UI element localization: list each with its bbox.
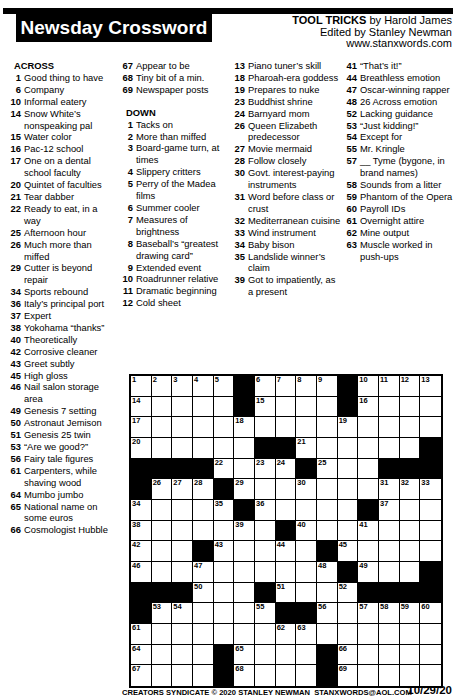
cell-r12c10[interactable]: 56 [317,603,338,624]
cell-r9c8[interactable]: 44 [276,541,297,562]
cell-r15c3[interactable] [172,665,193,686]
clue-number: 54 [342,131,357,143]
cell-number-50: 50 [194,583,202,591]
cell-r14c6[interactable]: 65 [234,645,255,666]
clue-down-5: 5Perry of the Madea films [118,178,229,202]
cell-r4c12[interactable] [358,438,379,459]
cell-r14c1[interactable]: 64 [131,645,152,666]
cell-r15c1[interactable]: 67 [131,665,152,686]
cell-r5c5[interactable]: 22 [214,459,235,480]
cell-number-15: 15 [256,397,264,405]
cell-r13c13[interactable] [379,624,400,645]
cell-r7c14[interactable] [400,500,421,521]
clue-number: 21 [6,191,21,203]
cell-r15c4[interactable] [193,665,214,686]
clue-text: Pac-12 school [24,143,116,155]
cell-r12c14[interactable]: 59 [400,603,421,624]
clue-text: Roadrunner relative [136,273,229,285]
clue-number: 11 [118,285,133,297]
clue-text: Payroll IDs [360,203,454,215]
cell-r11c9[interactable] [296,583,317,604]
clue-number: 35 [230,251,245,275]
cell-r8c14[interactable] [400,521,421,542]
cell-r3c12[interactable] [358,417,379,438]
cell-number-26: 26 [153,479,161,487]
clue-number: 68 [118,72,133,84]
cell-r12c2[interactable]: 53 [152,603,173,624]
clue-number: 10 [6,96,21,108]
cell-r6c14[interactable]: 32 [400,479,421,500]
cell-r1c3[interactable]: 3 [172,376,193,397]
cell-number-67: 67 [132,665,140,673]
cell-r1c4[interactable]: 4 [193,376,214,397]
cell-r9c2[interactable] [152,541,173,562]
cell-r1c8[interactable]: 7 [276,376,297,397]
cell-number-48: 48 [318,562,326,570]
cell-r14c12[interactable] [358,645,379,666]
cell-r6c10[interactable] [317,479,338,500]
clue-text: Perry of the Madea films [136,178,229,202]
cell-r7c8[interactable] [276,500,297,521]
cell-r14c14[interactable] [400,645,421,666]
cell-r13c3[interactable] [172,624,193,645]
cell-r2c3[interactable] [172,397,193,418]
black-cell-r8c8 [276,521,297,542]
clue-column-4: 41“That’s it!”44Breathless emotion47Osca… [342,60,454,262]
cell-r4c11[interactable] [338,438,359,459]
cell-r7c7[interactable]: 36 [255,500,276,521]
cell-r15c14[interactable] [400,665,421,686]
cell-r8c13[interactable] [379,521,400,542]
cell-r2c7[interactable]: 15 [255,397,276,418]
cell-r2c9[interactable] [296,397,317,418]
clue-number: 36 [6,298,21,310]
cell-r3c14[interactable] [400,417,421,438]
cell-r15c15[interactable] [420,665,441,686]
cell-number-49: 49 [359,562,367,570]
cell-number-51: 51 [277,583,285,591]
clue-down-59: 59Phantom of the Opera [342,191,454,203]
cell-r10c10[interactable]: 48 [317,562,338,583]
cell-r12c6[interactable] [234,603,255,624]
black-cell-r4c15 [420,438,441,459]
cell-r4c3[interactable] [172,438,193,459]
black-cell-r14c5 [214,645,235,666]
cell-r3c2[interactable] [152,417,173,438]
clue-down-8: 8Baseball’s “greatest drawing card” [118,238,229,262]
cell-r15c6[interactable]: 68 [234,665,255,686]
cell-r14c2[interactable] [152,645,173,666]
black-cell-r9c4 [193,541,214,562]
clue-down-26: 26Queen Elizabeth predecessor [230,120,341,144]
cell-r6c6[interactable]: 29 [234,479,255,500]
cell-r2c14[interactable] [400,397,421,418]
cell-r8c7[interactable] [255,521,276,542]
cell-r10c1[interactable]: 46 [131,562,152,583]
clue-text: Pharoah-era goddess [248,72,341,84]
cell-r7c15[interactable] [420,500,441,521]
cell-r2c13[interactable] [379,397,400,418]
clue-text: Informal eatery [24,96,116,108]
cell-number-33: 33 [421,479,429,487]
cell-r4c4[interactable] [193,438,214,459]
clue-text: Tacks on [136,119,229,131]
cell-r10c8[interactable] [276,562,297,583]
cell-r12c7[interactable]: 55 [255,603,276,624]
cell-r5c6[interactable] [234,459,255,480]
black-cell-r10c15 [420,562,441,583]
cell-number-65: 65 [235,645,243,653]
cell-r8c15[interactable] [420,521,441,542]
cell-r2c15[interactable] [420,397,441,418]
cell-r12c5[interactable] [214,603,235,624]
cell-r11c5[interactable] [214,583,235,604]
cell-r9c6[interactable] [234,541,255,562]
clue-text: Genesis 25 twin [24,429,116,441]
cell-r4c14[interactable] [400,438,421,459]
cell-r9c13[interactable] [379,541,400,562]
cell-r9c14[interactable] [400,541,421,562]
cell-r8c1[interactable]: 38 [131,521,152,542]
cell-r1c2[interactable]: 2 [152,376,173,397]
cell-r3c5[interactable] [214,417,235,438]
cell-r13c11[interactable] [338,624,359,645]
black-cell-r12c9 [296,603,317,624]
cell-r2c2[interactable] [152,397,173,418]
clue-across-17: 17One on a dental school faculty [6,155,116,179]
cell-r1c14[interactable]: 12 [400,376,421,397]
clue-across-20: 20Quintet of faculties [6,179,116,191]
cell-r1c9[interactable]: 8 [296,376,317,397]
cell-r7c5[interactable]: 35 [214,500,235,521]
down-heading: DOWN [118,107,229,119]
cell-r11c8[interactable]: 51 [276,583,297,604]
cell-r3c11[interactable]: 19 [338,417,359,438]
cell-number-64: 64 [132,645,140,653]
cell-r13c15[interactable] [420,624,441,645]
cell-number-2: 2 [153,376,157,384]
cell-r8c4[interactable] [193,521,214,542]
black-cell-r11c3 [172,583,193,604]
cell-r13c14[interactable] [400,624,421,645]
cell-r1c12[interactable]: 10 [358,376,379,397]
clue-number: 25 [6,227,21,239]
cell-r1c1[interactable]: 1 [131,376,152,397]
cell-r6c4[interactable]: 28 [193,479,214,500]
cell-r10c5[interactable] [214,562,235,583]
cell-r15c7[interactable] [255,665,276,686]
cell-r5c11[interactable] [338,459,359,480]
cell-r12c3[interactable]: 54 [172,603,193,624]
cell-r13c1[interactable]: 61 [131,624,152,645]
cell-r13c6[interactable] [234,624,255,645]
cell-r13c8[interactable]: 62 [276,624,297,645]
cell-r7c1[interactable]: 34 [131,500,152,521]
clue-text: Cutter is beyond repair [24,262,116,286]
cell-r12c12[interactable]: 57 [358,603,379,624]
cell-r2c12[interactable]: 16 [358,397,379,418]
clue-text: Italy’s principal port [24,298,116,310]
black-cell-r14c10 [317,645,338,666]
cell-r1c5[interactable]: 5 [214,376,235,397]
cell-r1c10[interactable]: 9 [317,376,338,397]
cell-r4c10[interactable] [317,438,338,459]
cell-r8c5[interactable] [214,521,235,542]
puzzle-title: TOOL TRICKS [292,14,366,26]
cell-r5c8[interactable]: 24 [276,459,297,480]
cell-r8c9[interactable]: 40 [296,521,317,542]
cell-r9c9[interactable] [296,541,317,562]
clue-number: 42 [6,346,21,358]
clue-text: Govt. interest-paying instruments [248,167,341,191]
cell-number-19: 19 [339,417,347,425]
cell-r4c2[interactable] [152,438,173,459]
clue-number: 28 [230,155,245,167]
cell-r10c14[interactable] [400,562,421,583]
cell-r12c11[interactable] [338,603,359,624]
cell-r4c13[interactable] [379,438,400,459]
clue-across-51: 51Genesis 25 twin [6,429,116,441]
cell-r15c2[interactable] [152,665,173,686]
cell-r6c11[interactable] [338,479,359,500]
clue-down-3: 3Board-game turn, at times [118,142,229,166]
clue-number: 5 [118,178,133,202]
clue-number: 60 [342,203,357,215]
cell-r14c4[interactable] [193,645,214,666]
cell-r11c6[interactable] [234,583,255,604]
cell-r14c11[interactable]: 66 [338,645,359,666]
cell-number-45: 45 [339,541,347,549]
cell-r2c4[interactable] [193,397,214,418]
clue-text: Overnight attire [360,215,454,227]
cell-r10c3[interactable] [172,562,193,583]
cell-r9c3[interactable] [172,541,193,562]
cell-number-39: 39 [235,521,243,529]
cell-r9c1[interactable]: 42 [131,541,152,562]
cell-r12c13[interactable]: 58 [379,603,400,624]
clue-across-22: 22Ready to eat, in a way [6,203,116,227]
cell-r3c8[interactable] [276,417,297,438]
cell-r3c7[interactable] [255,417,276,438]
cell-r6c7[interactable] [255,479,276,500]
cell-r6c12[interactable] [358,479,379,500]
clue-number: 48 [342,96,357,108]
cell-number-1: 1 [132,376,136,384]
cell-r14c13[interactable] [379,645,400,666]
cell-r3c3[interactable] [172,417,193,438]
cell-r15c12[interactable] [358,665,379,686]
clue-column-1: ACROSS1Good thing to have6Company10Infor… [6,60,116,536]
cell-r3c9[interactable] [296,417,317,438]
cell-number-22: 22 [215,459,223,467]
cell-r15c9[interactable] [296,665,317,686]
cell-r8c2[interactable] [152,521,173,542]
clue-text: Greet subtly [24,358,116,370]
clue-down-34: 34Baby bison [230,239,341,251]
cell-r3c1[interactable]: 17 [131,417,152,438]
cell-r5c7[interactable]: 23 [255,459,276,480]
cell-r14c15[interactable] [420,645,441,666]
clue-text: Follow closely [248,155,341,167]
cell-r4c1[interactable]: 20 [131,438,152,459]
clue-across-66: 66Cosmologist Hubble [6,524,116,536]
clue-down-53: 53“Just kidding!” [342,120,454,132]
cell-r11c4[interactable]: 50 [193,583,214,604]
cell-r1c13[interactable]: 11 [379,376,400,397]
black-cell-r11c14 [400,583,421,604]
cell-r13c4[interactable] [193,624,214,645]
cell-r10c6[interactable] [234,562,255,583]
clue-down-24: 24Barnyard mom [230,108,341,120]
clue-text: 26 Across emotion [360,96,454,108]
cell-r7c11[interactable] [338,500,359,521]
clue-across-25: 25Afternoon hour [6,227,116,239]
cell-number-10: 10 [359,376,367,384]
cell-r15c11[interactable]: 69 [338,665,359,686]
clue-text: Mumbo jumbo [24,489,116,501]
cell-r13c9[interactable]: 63 [296,624,317,645]
cell-r10c4[interactable]: 47 [193,562,214,583]
black-cell-r1c6 [234,376,255,397]
cell-r11c10[interactable] [317,583,338,604]
cell-r4c6[interactable] [234,438,255,459]
cell-r1c7[interactable]: 6 [255,376,276,397]
cell-r14c7[interactable] [255,645,276,666]
clue-across-29: 29Cutter is beyond repair [6,262,116,286]
clue-text: “Are we good?” [24,441,116,453]
cell-number-60: 60 [421,603,429,611]
clue-down-7: 7Measures of brightness [118,214,229,238]
cell-r13c5[interactable] [214,624,235,645]
cell-r2c10[interactable] [317,397,338,418]
cell-r8c12[interactable]: 41 [358,521,379,542]
cell-r7c9[interactable] [296,500,317,521]
clue-text: Snow White’s nonspeaking pal [24,108,116,132]
cell-r6c8[interactable] [276,479,297,500]
cell-r13c10[interactable] [317,624,338,645]
cell-r14c9[interactable] [296,645,317,666]
cell-r3c15[interactable] [420,417,441,438]
cell-r15c13[interactable] [379,665,400,686]
cell-r11c11[interactable]: 52 [338,583,359,604]
black-cell-r11c13 [379,583,400,604]
cell-r7c2[interactable] [152,500,173,521]
clue-across-40: 40Theoretically [6,334,116,346]
cell-r6c9[interactable]: 30 [296,479,317,500]
clue-down-28: 28Follow closely [230,155,341,167]
black-cell-r5c2 [152,459,173,480]
cell-r2c1[interactable]: 14 [131,397,152,418]
cell-r9c12[interactable] [358,541,379,562]
puzzle-date: 10/29/20 [407,684,452,696]
cell-r8c3[interactable] [172,521,193,542]
cell-r14c3[interactable] [172,645,193,666]
cell-r10c12[interactable]: 49 [358,562,379,583]
clue-across-61: 61Carpenters, while shaving wood [6,465,116,489]
clue-text: Phantom of the Opera [360,191,454,203]
cell-r7c10[interactable] [317,500,338,521]
cell-r12c15[interactable]: 60 [420,603,441,624]
cell-r9c5[interactable]: 43 [214,541,235,562]
cell-number-61: 61 [132,624,140,632]
clue-number: 22 [6,203,21,227]
cell-r13c2[interactable] [152,624,173,645]
clue-number: 49 [6,405,21,417]
cell-r5c12[interactable] [358,459,379,480]
clue-number: 32 [230,215,245,227]
cell-r8c11[interactable] [338,521,359,542]
clue-across-10: 10Informal eatery [6,96,116,108]
cell-r8c10[interactable] [317,521,338,542]
cell-r2c5[interactable] [214,397,235,418]
cell-r13c12[interactable] [358,624,379,645]
clue-number: 33 [230,227,245,239]
cell-r15c8[interactable] [276,665,297,686]
clue-text: Nail salon storage area [24,381,116,405]
cell-r5c10[interactable]: 25 [317,459,338,480]
cell-r3c13[interactable] [379,417,400,438]
clue-number: 41 [342,60,357,72]
cell-r10c2[interactable] [152,562,173,583]
cell-r7c3[interactable] [172,500,193,521]
clue-number: 45 [6,370,21,382]
cell-r3c4[interactable] [193,417,214,438]
clue-across-6: 6Company [6,84,116,96]
clue-across-45: 45High gloss [6,370,116,382]
cell-r6c15[interactable]: 33 [420,479,441,500]
clue-text: Prepares to nuke [248,84,341,96]
cell-number-41: 41 [359,521,367,529]
clue-across-65: 65National name on some euros [6,501,116,525]
cell-r12c4[interactable] [193,603,214,624]
clue-text: Sports rebound [24,286,116,298]
cell-r10c13[interactable] [379,562,400,583]
clue-text: Mine output [360,227,454,239]
cell-r10c7[interactable] [255,562,276,583]
cell-r4c9[interactable]: 21 [296,438,317,459]
cell-r6c2[interactable]: 26 [152,479,173,500]
cell-number-30: 30 [297,479,305,487]
cell-number-32: 32 [401,479,409,487]
cell-number-12: 12 [401,376,409,384]
clue-text: Theoretically [24,334,116,346]
cell-r1c15[interactable]: 13 [420,376,441,397]
cell-r7c4[interactable] [193,500,214,521]
cell-r7c13[interactable]: 37 [379,500,400,521]
cell-r8c6[interactable]: 39 [234,521,255,542]
cell-r3c6[interactable]: 18 [234,417,255,438]
cell-r6c13[interactable]: 31 [379,479,400,500]
cell-r14c8[interactable] [276,645,297,666]
cell-r13c7[interactable] [255,624,276,645]
cell-r6c3[interactable]: 27 [172,479,193,500]
cell-r9c15[interactable] [420,541,441,562]
cell-r2c8[interactable] [276,397,297,418]
clue-number: 7 [118,214,133,238]
clue-text: Buddhist shrine [248,96,341,108]
cell-r4c5[interactable] [214,438,235,459]
clue-number: 10 [118,273,133,285]
cell-r10c9[interactable] [296,562,317,583]
clue-down-63: 63Muscle worked in push-ups [342,239,454,263]
cell-r3c10[interactable] [317,417,338,438]
clue-down-47: 47Oscar-winning rapper [342,84,454,96]
across-heading: ACROSS [6,60,116,72]
cell-r9c11[interactable]: 45 [338,541,359,562]
cell-r9c7[interactable] [255,541,276,562]
clue-down-11: 11Dramatic beginning [118,285,229,297]
clue-text: Company [24,84,116,96]
